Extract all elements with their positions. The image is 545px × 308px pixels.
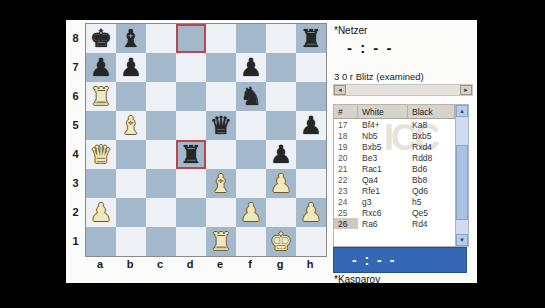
square-d2[interactable] [176,198,206,227]
white-move[interactable]: Rxc6 [358,207,408,218]
square-d1[interactable] [176,227,206,256]
white-pawn-h2[interactable]: ♟ [296,198,326,227]
white-move[interactable]: Bf4+ [358,119,408,130]
square-e5[interactable]: ♛ [206,111,236,140]
square-c2[interactable] [146,198,176,227]
square-f6[interactable]: ♞ [236,82,266,111]
white-king-g1[interactable]: ♚ [266,227,296,256]
black-move[interactable]: Bxb5 [408,130,455,141]
square-f7[interactable]: ♟ [236,53,266,82]
move-number[interactable]: 17 [334,119,358,130]
black-rook-d4[interactable]: ♜ [176,140,206,169]
square-e2[interactable] [206,198,236,227]
square-f3[interactable] [236,169,266,198]
black-move[interactable]: Qe5 [408,207,455,218]
square-c1[interactable] [146,227,176,256]
black-move[interactable]: Rxd4 [408,141,455,152]
scroll-left-icon[interactable]: ◄ [334,85,346,95]
square-a1[interactable] [86,227,116,256]
clock-bottom-time: - : - - [352,252,396,268]
square-h5[interactable]: ♟ [296,111,326,140]
square-b8[interactable]: ♝ [116,24,146,53]
white-queen-a4[interactable]: ♛ [86,140,116,169]
vertical-scroll-thumb[interactable] [456,145,468,220]
move-number[interactable]: 22 [334,174,358,185]
rank-label-4: 4 [66,139,85,168]
info-panel: *Netzer - : - - 3 0 r Blitz (examined) ◄… [333,20,473,283]
horizontal-scrollbar[interactable]: ◄ ► [333,84,473,96]
col-header-black: Black [408,105,455,118]
file-labels: abcdefgh [85,256,325,271]
square-h2[interactable]: ♟ [296,198,326,227]
move-row-19[interactable]: 19Bxb5Rxd4 [334,141,455,152]
move-list[interactable]: ICC # White Black 17Bf4+Ka818Nb5Bxb519Bx… [333,104,456,247]
move-number[interactable]: 21 [334,163,358,174]
square-h4[interactable] [296,140,326,169]
black-move[interactable]: Qd6 [408,185,455,196]
black-pawn-a7[interactable]: ♟ [86,53,116,82]
square-d6[interactable] [176,82,206,111]
file-label-h: h [295,256,325,271]
black-queen-e5[interactable]: ♛ [206,111,236,140]
clock-bottom-active: - : - - [333,247,467,273]
rank-label-8: 8 [66,23,85,52]
square-c4[interactable] [146,140,176,169]
rank-labels: 87654321 [66,23,85,255]
rank-label-2: 2 [66,197,85,226]
video-frame: 87654321 ♚♝♜♟♟♟♜♞♝♛♟♛♜♟♝♟♟♟♟♜♚ abcdefgh … [0,0,545,308]
player-name-bottom: *Kasparov [334,274,380,285]
white-pawn-g3[interactable]: ♟ [266,169,296,198]
square-d7[interactable] [176,53,206,82]
move-row-21[interactable]: 21Rac1Bd6 [334,163,455,174]
move-row-22[interactable]: 22Qa4Bb8 [334,174,455,185]
square-f5[interactable] [236,111,266,140]
file-label-c: c [145,256,175,271]
square-e6[interactable] [206,82,236,111]
square-g4[interactable]: ♟ [266,140,296,169]
square-d8[interactable] [176,24,206,53]
move-number[interactable]: 25 [334,207,358,218]
square-h7[interactable] [296,53,326,82]
square-g3[interactable]: ♟ [266,169,296,198]
square-g1[interactable]: ♚ [266,227,296,256]
scroll-down-icon[interactable]: ▼ [456,234,468,246]
square-e4[interactable] [206,140,236,169]
move-number[interactable]: 18 [334,130,358,141]
square-a3[interactable] [86,169,116,198]
move-number[interactable]: 19 [334,141,358,152]
white-bishop-e3[interactable]: ♝ [206,169,236,198]
square-e7[interactable] [206,53,236,82]
white-pawn-f2[interactable]: ♟ [236,198,266,227]
black-pawn-f7[interactable]: ♟ [236,53,266,82]
white-move[interactable]: Ra6 [358,218,408,229]
black-move[interactable]: Rdd8 [408,152,455,163]
move-row-23[interactable]: 23Rfe1Qd6 [334,185,455,196]
square-f4[interactable] [236,140,266,169]
move-row-18[interactable]: 18Nb5Bxb5 [334,130,455,141]
file-label-e: e [205,256,235,271]
clock-top: - : - - [347,39,393,56]
chess-board[interactable]: ♚♝♜♟♟♟♜♞♝♛♟♛♜♟♝♟♟♟♟♜♚ [85,23,327,257]
square-b7[interactable]: ♟ [116,53,146,82]
file-label-f: f [235,256,265,271]
black-knight-f6[interactable]: ♞ [236,82,266,111]
square-g2[interactable] [266,198,296,227]
white-move[interactable]: g3 [358,196,408,207]
white-move[interactable]: Nb5 [358,130,408,141]
black-bishop-b8[interactable]: ♝ [116,24,146,53]
game-type-label: 3 0 r Blitz (examined) [334,71,424,82]
black-move[interactable]: h5 [408,196,455,207]
square-h8[interactable]: ♜ [296,24,326,53]
white-pawn-a2[interactable]: ♟ [86,198,116,227]
move-row-25[interactable]: 25Rxc6Qe5 [334,207,455,218]
move-row-24[interactable]: 24g3h5 [334,196,455,207]
file-label-b: b [115,256,145,271]
square-a2[interactable]: ♟ [86,198,116,227]
move-number[interactable]: 24 [334,196,358,207]
white-move[interactable]: Be3 [358,152,408,163]
rank-label-6: 6 [66,81,85,110]
square-e1[interactable]: ♜ [206,227,236,256]
square-c6[interactable] [146,82,176,111]
horizontal-scroll-track[interactable] [346,85,460,95]
file-label-d: d [175,256,205,271]
square-g7[interactable] [266,53,296,82]
square-f1[interactable] [236,227,266,256]
move-number[interactable]: 23 [334,185,358,196]
square-g8[interactable] [266,24,296,53]
square-d3[interactable] [176,169,206,198]
col-header-white: White [358,105,408,118]
square-b3[interactable] [116,169,146,198]
black-king-a8[interactable]: ♚ [86,24,116,53]
black-move[interactable]: Bb8 [408,174,455,185]
square-d4[interactable]: ♜ [176,140,206,169]
white-rook-e1[interactable]: ♜ [206,227,236,256]
square-e8[interactable] [206,24,236,53]
black-move[interactable]: Bd6 [408,163,455,174]
scroll-right-icon[interactable]: ► [460,85,472,95]
vertical-scrollbar[interactable]: ▲ ▼ [455,104,469,247]
black-pawn-h5[interactable]: ♟ [296,111,326,140]
square-d5[interactable] [176,111,206,140]
square-a5[interactable] [86,111,116,140]
square-e3[interactable]: ♝ [206,169,236,198]
rank-label-1: 1 [66,226,85,255]
move-list-rows: 17Bf4+Ka818Nb5Bxb519Bxb5Rxd420Be3Rdd821R… [334,119,455,229]
square-c8[interactable] [146,24,176,53]
move-row-26[interactable]: 26Ra6Rd4 [334,218,455,229]
scroll-up-icon[interactable]: ▲ [456,105,468,117]
white-move[interactable]: Qa4 [358,174,408,185]
square-a8[interactable]: ♚ [86,24,116,53]
square-c7[interactable] [146,53,176,82]
square-g5[interactable] [266,111,296,140]
col-header-number: # [334,105,358,118]
square-a4[interactable]: ♛ [86,140,116,169]
square-b2[interactable] [116,198,146,227]
white-move[interactable]: Rac1 [358,163,408,174]
square-c5[interactable] [146,111,176,140]
square-f2[interactable]: ♟ [236,198,266,227]
black-move[interactable]: Rd4 [408,218,455,229]
square-g6[interactable] [266,82,296,111]
move-number[interactable]: 26 [334,218,358,229]
square-b4[interactable] [116,140,146,169]
square-h6[interactable] [296,82,326,111]
white-bishop-b5[interactable]: ♝ [116,111,146,140]
move-row-20[interactable]: 20Be3Rdd8 [334,152,455,163]
square-c3[interactable] [146,169,176,198]
square-a6[interactable]: ♜ [86,82,116,111]
move-list-header: # White Black [334,105,455,119]
player-name-top: *Netzer [334,25,367,36]
square-b6[interactable] [116,82,146,111]
white-move[interactable]: Rfe1 [358,185,408,196]
file-label-g: g [265,256,295,271]
black-pawn-g4[interactable]: ♟ [266,140,296,169]
file-label-a: a [85,256,115,271]
rank-label-5: 5 [66,110,85,139]
rank-label-7: 7 [66,52,85,81]
black-move[interactable]: Ka8 [408,119,455,130]
rank-label-3: 3 [66,168,85,197]
square-b1[interactable] [116,227,146,256]
move-row-17[interactable]: 17Bf4+Ka8 [334,119,455,130]
square-b5[interactable]: ♝ [116,111,146,140]
black-pawn-b7[interactable]: ♟ [116,53,146,82]
square-f8[interactable] [236,24,266,53]
move-number[interactable]: 20 [334,152,358,163]
white-move[interactable]: Bxb5 [358,141,408,152]
square-h1[interactable] [296,227,326,256]
app-window: 87654321 ♚♝♜♟♟♟♜♞♝♛♟♛♜♟♝♟♟♟♟♜♚ abcdefgh … [66,20,477,283]
square-a7[interactable]: ♟ [86,53,116,82]
black-rook-h8[interactable]: ♜ [296,24,326,53]
white-rook-a6[interactable]: ♜ [86,82,116,111]
square-h3[interactable] [296,169,326,198]
